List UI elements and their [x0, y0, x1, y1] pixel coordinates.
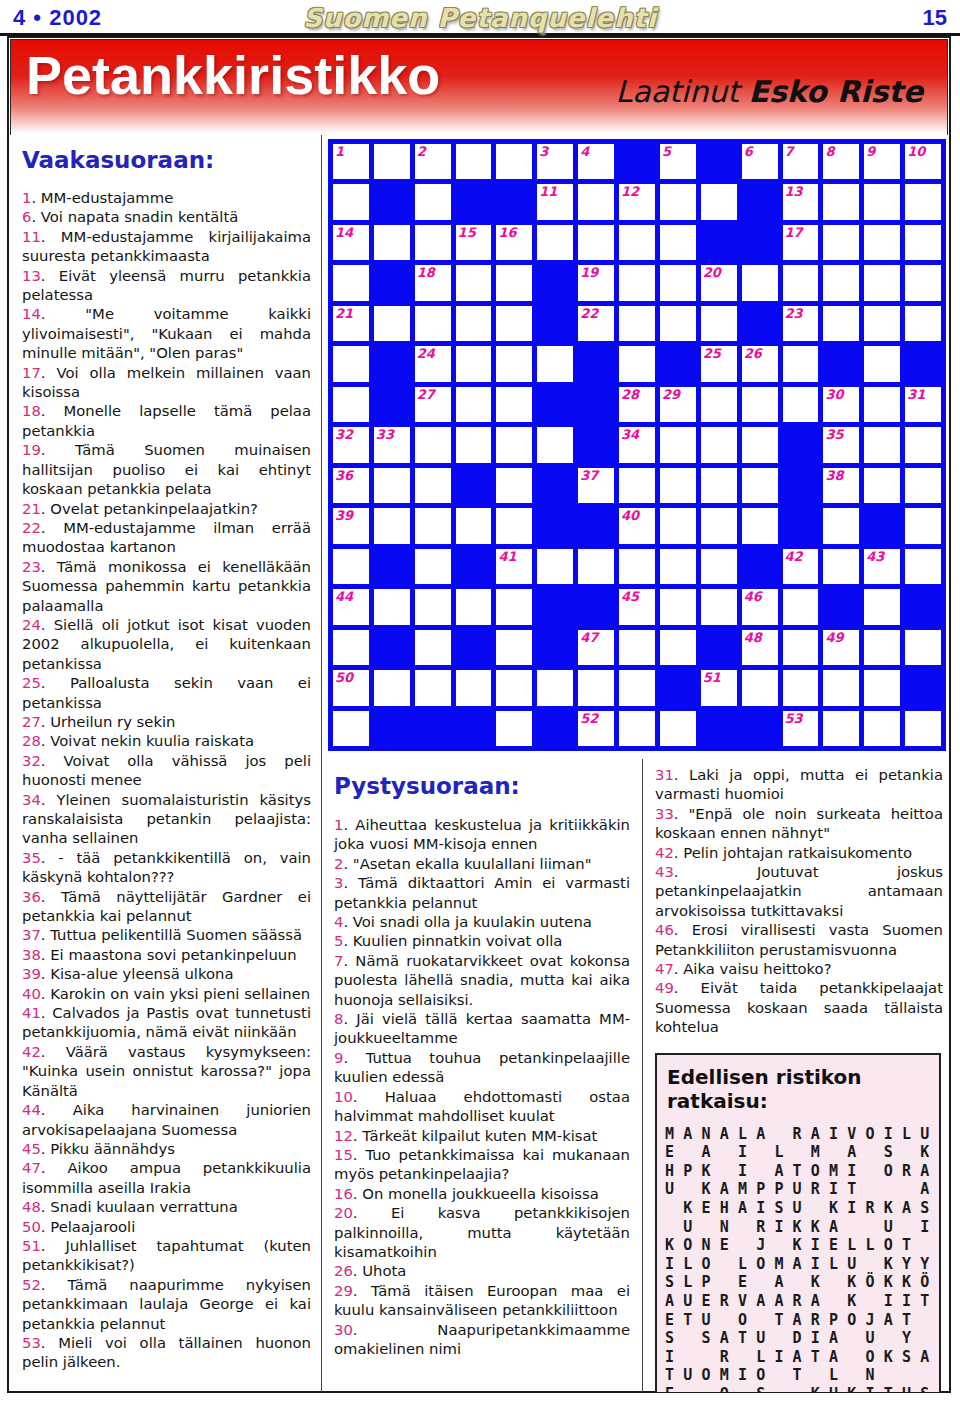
grid-cell-r1c5[interactable]	[496, 144, 532, 179]
clue-number: 14	[22, 305, 41, 322]
grid-cell-r3c3[interactable]	[415, 225, 451, 260]
grid-cell-r9c11[interactable]	[742, 468, 778, 503]
grid-cell-r12c1[interactable]: 44	[333, 589, 369, 624]
grid-cell-r9c7[interactable]: 37	[578, 468, 614, 503]
grid-cell-r7c4[interactable]	[456, 387, 492, 422]
grid-cell-r5c8[interactable]	[619, 306, 655, 341]
credit-name: Esko Riste	[749, 74, 923, 109]
grid-cell-r9c3[interactable]	[415, 468, 451, 503]
grid-cell-r4c13[interactable]	[823, 265, 859, 300]
grid-cell-r2c7[interactable]	[578, 184, 614, 219]
grid-cell-r15c10	[701, 711, 737, 746]
clue-22: 22. MM-edustajamme ilman errää muodostaa…	[22, 518, 311, 557]
grid-cell-r15c1[interactable]	[333, 711, 369, 746]
grid-cell-r12c9[interactable]	[660, 589, 696, 624]
grid-cell-r15c11	[742, 711, 778, 746]
grid-cell-r10c5[interactable]	[496, 508, 532, 543]
cell-number: 27	[417, 387, 435, 402]
grid-cell-r4c7[interactable]: 19	[578, 265, 614, 300]
grid-cell-r11c13[interactable]	[823, 549, 859, 584]
grid-cell-r6c12[interactable]	[783, 346, 819, 381]
grid-cell-r5c5[interactable]	[496, 306, 532, 341]
page-number: 15	[923, 5, 947, 31]
grid-cell-r13c7[interactable]: 47	[578, 630, 614, 665]
grid-cell-r3c13[interactable]	[823, 225, 859, 260]
grid-cell-r3c12[interactable]: 17	[783, 225, 819, 260]
clue-3: 3. Tämä diktaattori Amin ei varmasti pet…	[334, 873, 630, 912]
grid-cell-r1c2[interactable]	[374, 144, 410, 179]
grid-cell-r10c13[interactable]	[823, 508, 859, 543]
grid-cell-r10c12	[783, 508, 819, 543]
grid-cell-r9c8[interactable]	[619, 468, 655, 503]
down-clue-list-continued: 31. Laki ja oppi, mutta ei petankia varm…	[655, 765, 943, 1037]
clue-number: 41	[22, 1004, 41, 1021]
grid-cell-r9c15[interactable]	[905, 468, 941, 503]
grid-cell-r8c4[interactable]	[456, 427, 492, 462]
cell-number: 15	[458, 225, 476, 240]
grid-cell-r1c8	[619, 144, 655, 179]
grid-cell-r13c14[interactable]	[864, 630, 900, 665]
grid-cell-r3c9[interactable]	[660, 225, 696, 260]
grid-cell-r12c6	[537, 589, 573, 624]
grid-cell-r9c6	[537, 468, 573, 503]
grid-cell-r10c3[interactable]	[415, 508, 451, 543]
grid-cell-r7c7	[578, 387, 614, 422]
clue-number: 23	[22, 558, 41, 575]
grid-cell-r14c1[interactable]: 50	[333, 670, 369, 705]
grid-cell-r2c3[interactable]	[415, 184, 451, 219]
grid-cell-r8c3[interactable]	[415, 427, 451, 462]
grid-cell-r9c4	[456, 468, 492, 503]
grid-cell-r14c12[interactable]	[783, 670, 819, 705]
grid-cell-r14c10[interactable]: 51	[701, 670, 737, 705]
cell-number: 26	[744, 346, 762, 361]
grid-cell-r2c10[interactable]	[701, 184, 737, 219]
clue-number: 13	[22, 267, 41, 284]
grid-cell-r8c14[interactable]	[864, 427, 900, 462]
grid-cell-r4c14[interactable]	[864, 265, 900, 300]
grid-cell-r14c11[interactable]	[742, 670, 778, 705]
grid-cell-r15c13[interactable]	[823, 711, 859, 746]
grid-cell-r12c4[interactable]	[456, 589, 492, 624]
clue-46: 46. Erosi virallisesti vasta Suomen Peta…	[655, 920, 943, 959]
clue-number: 36	[22, 888, 41, 905]
down-heading: Pystysuoraan:	[334, 773, 630, 799]
grid-cell-r15c14[interactable]	[864, 711, 900, 746]
solution-grid: MANALA RAIVOILUE A I L M A S KHPK I ATOM…	[665, 1125, 937, 1392]
grid-cell-r8c9[interactable]	[660, 427, 696, 462]
grid-cell-r10c15[interactable]	[905, 508, 941, 543]
grid-cell-r4c9[interactable]	[660, 265, 696, 300]
grid-cell-r14c3[interactable]	[415, 670, 451, 705]
grid-cell-r12c8[interactable]: 45	[619, 589, 655, 624]
clue-36: 36. Tämä näyttelijätär Gardner ei petank…	[22, 887, 311, 926]
grid-cell-r2c1[interactable]	[333, 184, 369, 219]
grid-cell-r3c15[interactable]	[905, 225, 941, 260]
grid-cell-r13c3[interactable]	[415, 630, 451, 665]
grid-cell-r12c14[interactable]	[864, 589, 900, 624]
grid-cell-r13c9[interactable]	[660, 630, 696, 665]
clue-39: 39. Kisa-alue yleensä ulkona	[22, 964, 311, 983]
clue-16: 16. On monella joukkueella kisoissa	[334, 1184, 630, 1203]
grid-cell-r14c15	[905, 670, 941, 705]
grid-cell-r9c13[interactable]: 38	[823, 468, 859, 503]
grid-cell-r11c4	[456, 549, 492, 584]
clue-48: 48. Snadi kuulaan verrattuna	[22, 1197, 311, 1216]
grid-cell-r3c8[interactable]	[619, 225, 655, 260]
grid-cell-r8c5[interactable]	[496, 427, 532, 462]
grid-cell-r8c8[interactable]: 34	[619, 427, 655, 462]
grid-cell-r6c14[interactable]	[864, 346, 900, 381]
grid-cell-r1c6[interactable]: 3	[537, 144, 573, 179]
clue-number: 38	[22, 946, 41, 963]
grid-cell-r7c14[interactable]	[864, 387, 900, 422]
clue-number: 33	[655, 805, 674, 822]
solution-row-14: TUOMIO T L N	[665, 1366, 937, 1385]
grid-cell-r11c1[interactable]	[333, 549, 369, 584]
clue-15: 15. Tuo petankkimaissa kai mukanaan myös…	[334, 1145, 630, 1184]
grid-cell-r14c5[interactable]	[496, 670, 532, 705]
grid-cell-r5c10[interactable]	[701, 306, 737, 341]
grid-cell-r12c12[interactable]	[783, 589, 819, 624]
cell-number: 35	[825, 427, 843, 442]
clue-13: 13. Eivät yleensä murru petankkia pelate…	[22, 266, 311, 305]
grid-cell-r6c4[interactable]	[456, 346, 492, 381]
grid-cell-r5c2[interactable]	[374, 306, 410, 341]
cell-number: 8	[825, 144, 834, 159]
clue-number: 8	[334, 1010, 343, 1027]
grid-cell-r8c10[interactable]	[701, 427, 737, 462]
grid-cell-r9c2[interactable]	[374, 468, 410, 503]
grid-cell-r5c13[interactable]	[823, 306, 859, 341]
clue-number: 12	[334, 1127, 353, 1144]
cell-number: 50	[335, 670, 353, 685]
grid-cell-r9c1[interactable]: 36	[333, 468, 369, 503]
grid-cell-r5c12[interactable]: 23	[783, 306, 819, 341]
grid-cell-r8c15[interactable]	[905, 427, 941, 462]
grid-cell-r11c8[interactable]	[619, 549, 655, 584]
grid-cell-r8c6[interactable]	[537, 427, 573, 462]
grid-cell-r13c8[interactable]	[619, 630, 655, 665]
grid-cell-r13c13[interactable]: 49	[823, 630, 859, 665]
grid-cell-r11c15[interactable]	[905, 549, 941, 584]
grid-cell-r8c13[interactable]: 35	[823, 427, 859, 462]
grid-cell-r4c10[interactable]: 20	[701, 265, 737, 300]
grid-cell-r6c10[interactable]: 25	[701, 346, 737, 381]
grid-cell-r1c7[interactable]: 4	[578, 144, 614, 179]
page-header: 4 • 2002 Suomen Petanquelehti 15	[0, 0, 960, 33]
grid-cell-r3c4[interactable]: 15	[456, 225, 492, 260]
grid-cell-r1c9[interactable]: 5	[660, 144, 696, 179]
grid-cell-r11c3[interactable]	[415, 549, 451, 584]
grid-cell-r6c5[interactable]	[496, 346, 532, 381]
clue-number: 39	[22, 965, 41, 982]
clue-number: 16	[334, 1185, 353, 1202]
grid-cell-r10c14	[864, 508, 900, 543]
grid-cell-r5c1[interactable]: 21	[333, 306, 369, 341]
grid-cell-r3c14[interactable]	[864, 225, 900, 260]
grid-cell-r8c11[interactable]	[742, 427, 778, 462]
grid-cell-r2c13[interactable]	[823, 184, 859, 219]
cell-number: 28	[621, 387, 639, 402]
grid-cell-r5c7[interactable]: 22	[578, 306, 614, 341]
grid-cell-r13c15[interactable]	[905, 630, 941, 665]
grid-cell-r12c5[interactable]	[496, 589, 532, 624]
grid-cell-r1c13[interactable]: 8	[823, 144, 859, 179]
grid-cell-r13c6	[537, 630, 573, 665]
across-column: Vaakasuoraan: 1. MM-edustajamme6. Voi na…	[9, 135, 322, 1392]
grid-cell-r14c13[interactable]	[823, 670, 859, 705]
grid-cell-r9c5[interactable]	[496, 468, 532, 503]
clue-number: 48	[22, 1198, 41, 1215]
solution-row-13: I R LIATA OKSA	[665, 1348, 937, 1367]
clue-number: 25	[22, 674, 41, 691]
grid-cell-r14c7[interactable]	[578, 670, 614, 705]
grid-cell-r1c4[interactable]	[456, 144, 492, 179]
grid-cell-r6c11[interactable]: 26	[742, 346, 778, 381]
grid-cell-r15c7[interactable]: 52	[578, 711, 614, 746]
cell-number: 13	[785, 184, 803, 199]
grid-cell-r11c7[interactable]	[578, 549, 614, 584]
clue-8: 8. Jäi vielä tällä kertaa saamatta MM-jo…	[334, 1009, 630, 1048]
grid-cell-r7c1[interactable]	[333, 387, 369, 422]
grid-cell-r11c6[interactable]	[537, 549, 573, 584]
grid-cell-r8c1[interactable]: 32	[333, 427, 369, 462]
grid-cell-r3c1[interactable]: 14	[333, 225, 369, 260]
grid-cell-r7c9[interactable]: 29	[660, 387, 696, 422]
grid-cell-r3c11	[742, 225, 778, 260]
clue-number: 24	[22, 616, 41, 633]
grid-cell-r7c12[interactable]	[783, 387, 819, 422]
grid-cell-r14c9	[660, 670, 696, 705]
clue-40: 40. Karokin on vain yksi pieni sellainen	[22, 984, 311, 1003]
grid-cell-r2c12[interactable]: 13	[783, 184, 819, 219]
grid-cell-r15c2	[374, 711, 410, 746]
clue-9: 9. Tuttua touhua petankinpelaajille kuul…	[334, 1048, 630, 1087]
grid-cell-r15c15[interactable]	[905, 711, 941, 746]
grid-cell-r11c9[interactable]	[660, 549, 696, 584]
grid-cell-r3c7[interactable]	[578, 225, 614, 260]
grid-cell-r15c5[interactable]	[496, 711, 532, 746]
grid-cell-r11c2	[374, 549, 410, 584]
grid-cell-r10c11[interactable]	[742, 508, 778, 543]
grid-cell-r13c10	[701, 630, 737, 665]
solution-row-12: S SATU DIA U Y	[665, 1329, 937, 1348]
grid-cell-r4c11[interactable]	[742, 265, 778, 300]
grid-cell-r6c6[interactable]	[537, 346, 573, 381]
grid-cell-r6c3[interactable]: 24	[415, 346, 451, 381]
grid-cell-r10c1[interactable]: 39	[333, 508, 369, 543]
grid-cell-r4c4[interactable]	[456, 265, 492, 300]
grid-cell-r5c15[interactable]	[905, 306, 941, 341]
grid-cell-r11c14[interactable]: 43	[864, 549, 900, 584]
grid-cell-r4c12[interactable]	[783, 265, 819, 300]
grid-cell-r9c10[interactable]	[701, 468, 737, 503]
grid-cell-r15c8[interactable]	[619, 711, 655, 746]
grid-cell-r2c14[interactable]	[864, 184, 900, 219]
cell-number: 52	[580, 711, 598, 726]
grid-cell-r12c2[interactable]	[374, 589, 410, 624]
grid-cell-r7c10[interactable]	[701, 387, 737, 422]
cell-number: 30	[825, 387, 843, 402]
cell-number: 23	[785, 306, 803, 321]
clue-number: 40	[22, 985, 41, 1002]
grid-cell-r14c8[interactable]	[619, 670, 655, 705]
grid-cell-r10c2[interactable]	[374, 508, 410, 543]
down-column: Pystysuoraan: 1. Aiheuttaa keskustelua j…	[322, 759, 643, 1392]
grid-cell-r7c11[interactable]	[742, 387, 778, 422]
solution-row-10: AUERVAARA K IIT	[665, 1292, 937, 1311]
clue-number: 10	[334, 1088, 353, 1105]
grid-cell-r13c5[interactable]	[496, 630, 532, 665]
grid-cell-r11c12[interactable]: 42	[783, 549, 819, 584]
clue-41: 41. Calvados ja Pastis ovat tunnetusti p…	[22, 1003, 311, 1042]
grid-cell-r2c8[interactable]: 12	[619, 184, 655, 219]
clue-number: 30	[334, 1321, 353, 1338]
clue-number: 17	[22, 364, 41, 381]
grid-cell-r1c12[interactable]: 7	[783, 144, 819, 179]
grid-cell-r11c10[interactable]	[701, 549, 737, 584]
clue-number: 43	[655, 863, 674, 880]
grid-cell-r3c6[interactable]	[537, 225, 573, 260]
grid-cell-r4c5[interactable]	[496, 265, 532, 300]
clue-number: 4	[334, 913, 343, 930]
grid-cell-r13c2	[374, 630, 410, 665]
clue-17: 17. Voi olla melkein millainen vaan kiso…	[22, 363, 311, 402]
grid-cell-r1c11[interactable]: 6	[742, 144, 778, 179]
grid-cell-r5c6	[537, 306, 573, 341]
grid-cell-r12c11[interactable]: 46	[742, 589, 778, 624]
clue-26: 26. Uhota	[334, 1261, 630, 1280]
grid-cell-r4c8[interactable]	[619, 265, 655, 300]
grid-cell-r15c12[interactable]: 53	[783, 711, 819, 746]
magazine-logo: Suomen Petanquelehti	[0, 3, 960, 33]
grid-cell-r14c6[interactable]	[537, 670, 573, 705]
grid-cell-r10c9[interactable]	[660, 508, 696, 543]
cell-number: 2	[417, 144, 426, 159]
crossword-grid: 1234567891011121314151617181920212223242…	[328, 139, 946, 751]
grid-cell-r1c15[interactable]: 10	[905, 144, 941, 179]
clue-18: 18. Monelle lapselle tämä pelaa petankki…	[22, 401, 311, 440]
grid-cell-r11c5[interactable]: 41	[496, 549, 532, 584]
cell-number: 18	[417, 265, 435, 280]
grid-and-down-region: 1234567891011121314151617181920212223242…	[322, 135, 949, 1392]
grid-cell-r4c3[interactable]: 18	[415, 265, 451, 300]
grid-cell-r10c10[interactable]	[701, 508, 737, 543]
previous-solution-box: Edellisen ristikon ratkaisu: MANALA RAIV…	[655, 1053, 941, 1392]
clue-number: 47	[655, 960, 674, 977]
grid-cell-r15c9[interactable]	[660, 711, 696, 746]
grid-cell-r12c3[interactable]	[415, 589, 451, 624]
clue-number: 34	[22, 791, 41, 808]
clue-44: 44. Aika harvinainen juniorien arvokisap…	[22, 1100, 311, 1139]
grid-cell-r12c10[interactable]	[701, 589, 737, 624]
grid-cell-r9c9[interactable]	[660, 468, 696, 503]
grid-cell-r6c13	[823, 346, 859, 381]
clue-29: 29. Tämä itäisen Euroopan maa ei kuulu k…	[334, 1281, 630, 1320]
clue-14: 14. "Me voitamme kaikki ylivoimaisesti",…	[22, 304, 311, 362]
solution-row-5: KEHAISU KIRKAS	[665, 1199, 937, 1218]
grid-cell-r9c14[interactable]	[864, 468, 900, 503]
grid-cell-r2c9[interactable]	[660, 184, 696, 219]
clue-37: 37. Tuttua pelikentillä Suomen säässä	[22, 925, 311, 944]
grid-cell-r8c12	[783, 427, 819, 462]
clue-number: 9	[334, 1049, 343, 1066]
clue-number: 15	[334, 1146, 353, 1163]
grid-cell-r7c3[interactable]: 27	[415, 387, 451, 422]
grid-cell-r2c6[interactable]: 11	[537, 184, 573, 219]
clue-19: 19. Tämä Suomen muinaisen hallitsijan pu…	[22, 440, 311, 498]
clue-number: 32	[22, 752, 41, 769]
clue-27: 27. Urheilun ry sekin	[22, 712, 311, 731]
grid-cell-r13c12[interactable]	[783, 630, 819, 665]
grid-cell-r10c8[interactable]: 40	[619, 508, 655, 543]
grid-cell-r2c15[interactable]	[905, 184, 941, 219]
cell-number: 9	[866, 144, 875, 159]
grid-cell-r15c4	[456, 711, 492, 746]
clue-12: 12. Tärkeät kilpailut kuten MM-kisat	[334, 1126, 630, 1145]
clue-50: 50. Pelaajarooli	[22, 1217, 311, 1236]
grid-cell-r8c2[interactable]: 33	[374, 427, 410, 462]
clue-42: 42. Pelin johtajan ratkaisukomento	[655, 843, 943, 862]
grid-cell-r12c13	[823, 589, 859, 624]
clue-34: 34. Yleinen suomalaisturistin käsitys ra…	[22, 790, 311, 848]
clue-number: 46	[655, 921, 674, 938]
grid-cell-r7c13[interactable]: 30	[823, 387, 859, 422]
cell-number: 51	[703, 670, 721, 685]
down-column-continued: 31. Laki ja oppi, mutta ei petankia varm…	[643, 759, 949, 1392]
grid-cell-r3c5[interactable]: 16	[496, 225, 532, 260]
grid-cell-r1c1[interactable]: 1	[333, 144, 369, 179]
grid-cell-r5c3[interactable]	[415, 306, 451, 341]
clue-47: 47. Aikoo ampua petankkikuulia isommilla…	[22, 1158, 311, 1197]
grid-cell-r14c2[interactable]	[374, 670, 410, 705]
cell-number: 36	[335, 468, 353, 483]
grid-cell-r14c4[interactable]	[456, 670, 492, 705]
grid-cell-r5c4[interactable]	[456, 306, 492, 341]
grid-cell-r6c8[interactable]	[619, 346, 655, 381]
grid-cell-r13c11[interactable]: 48	[742, 630, 778, 665]
grid-cell-r7c8[interactable]: 28	[619, 387, 655, 422]
grid-cell-r5c9[interactable]	[660, 306, 696, 341]
grid-cell-r7c6	[537, 387, 573, 422]
clue-45: 45. Pikku äännähdys	[22, 1139, 311, 1158]
clue-21: 21. Ovelat petankinpelaajatkin?	[22, 499, 311, 518]
grid-cell-r6c1[interactable]	[333, 346, 369, 381]
grid-cell-r7c2	[374, 387, 410, 422]
grid-cell-r3c2[interactable]	[374, 225, 410, 260]
clue-24: 24. Siellä oli jotkut isot kisat vuoden …	[22, 615, 311, 673]
grid-cell-r7c15[interactable]: 31	[905, 387, 941, 422]
grid-cell-r1c14[interactable]: 9	[864, 144, 900, 179]
grid-cell-r4c1[interactable]	[333, 265, 369, 300]
author-credit: Laatinut Esko Riste	[616, 74, 923, 109]
grid-cell-r4c15[interactable]	[905, 265, 941, 300]
clue-number: 50	[22, 1218, 41, 1235]
grid-cell-r14c14[interactable]	[864, 670, 900, 705]
cell-number: 41	[498, 549, 516, 564]
grid-cell-r1c3[interactable]: 2	[415, 144, 451, 179]
grid-cell-r7c5[interactable]	[496, 387, 532, 422]
grid-cell-r12c7	[578, 589, 614, 624]
cell-number: 6	[744, 144, 753, 159]
grid-cell-r5c14[interactable]	[864, 306, 900, 341]
grid-cell-r13c1[interactable]	[333, 630, 369, 665]
clue-number: 47	[22, 1159, 41, 1176]
cell-number: 4	[580, 144, 589, 159]
grid-cell-r10c4[interactable]	[456, 508, 492, 543]
clue-1: 1. MM-edustajamme	[22, 188, 311, 207]
